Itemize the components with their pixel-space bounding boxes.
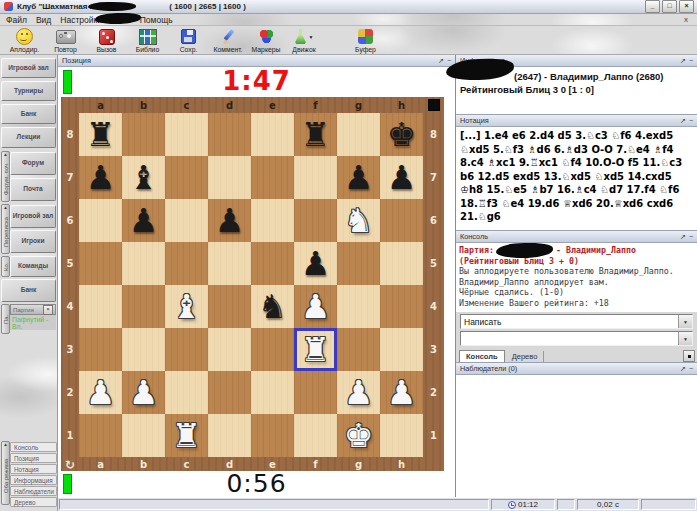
console-message: Чёрные сдались. (1-0): [459, 287, 694, 298]
file-label-top-h: h: [380, 97, 423, 113]
status-segment-main: [59, 499, 489, 510]
rank-label-right-4: 4: [423, 285, 444, 328]
dropdown-arrow-icon[interactable]: ▼: [678, 332, 692, 345]
square-e7[interactable]: [251, 156, 294, 199]
status-segment-latency: 0,02 с: [577, 499, 639, 510]
toolbar-button-save[interactable]: Сохр.: [168, 28, 209, 53]
piece-white-knight: ♞: [344, 199, 374, 242]
square-h8[interactable]: ♚: [380, 113, 423, 156]
sidebar-item-players[interactable]: Игроки: [10, 230, 56, 253]
dice-icon: [99, 29, 115, 45]
square-b4[interactable]: [122, 285, 165, 328]
console-body: Партия: - Владимир_Лаппо (Рейтинговый Бл…: [456, 243, 697, 362]
collapse-icon[interactable]: −: [689, 56, 693, 66]
piece-white-pawn: ♟: [301, 285, 331, 328]
position-panel: Позиция ↗ − 1:47 abcdefgh8♜♜♚87♟♝♟♟76♟♟♞…: [58, 55, 455, 497]
square-h2[interactable]: ♟: [380, 371, 423, 414]
game-tab-close-icon[interactable]: ×: [43, 305, 53, 315]
menu-view[interactable]: Вид: [36, 15, 51, 25]
square-f4[interactable]: ♟: [294, 285, 337, 328]
square-b7[interactable]: ♝: [122, 156, 165, 199]
square-b3[interactable]: [122, 328, 165, 371]
puzzle-icon: [358, 29, 373, 44]
flask-icon: [295, 29, 307, 44]
collapse-icon[interactable]: −: [447, 56, 451, 66]
floppy-disk-icon: [181, 29, 196, 44]
sidebar-item-gameroom-2[interactable]: Игровой зал: [10, 205, 56, 228]
square-g5[interactable]: [337, 242, 380, 285]
notation-panel: Нотация ↗− [...] 1.e4 e6 2.d4 d5 3.♘c3 ♘…: [456, 114, 697, 230]
piece-black-pawn: ♟: [387, 156, 417, 199]
status-segment-spacer: [557, 499, 575, 510]
game-tab-caption[interactable]: Пафнутий - Вл.: [10, 315, 56, 330]
console-messages: Партия: - Владимир_Лаппо (Рейтинговый Бл…: [456, 243, 697, 312]
status-segment-time: 01:12: [491, 499, 555, 510]
toolbar-button-comment[interactable]: Коммент.: [209, 28, 247, 53]
square-e5[interactable]: [251, 242, 294, 285]
square-e8[interactable]: [251, 113, 294, 156]
console-message: Владимир_Лаппо аплодирует вам.: [459, 277, 694, 288]
file-label-bottom-g: g: [337, 457, 380, 472]
file-label-bottom-a: a: [79, 457, 122, 472]
square-h6[interactable]: [380, 199, 423, 242]
rank-label-right-8: 8: [423, 113, 444, 156]
square-a6[interactable]: [79, 199, 122, 242]
sidebar-collapsed-tab-correspondence[interactable]: ▲ Переписка: [1, 204, 10, 254]
sidebar-item-bank-2[interactable]: Банк: [1, 279, 56, 302]
piece-white-bishop: ♝: [172, 285, 202, 328]
board-corner: [61, 97, 79, 113]
square-h5[interactable]: [380, 242, 423, 285]
time-bar-top: [63, 70, 72, 94]
rank-label-right-2: 2: [423, 371, 444, 414]
square-g3[interactable]: [337, 328, 380, 371]
sidebar-item-bank[interactable]: Банк: [1, 104, 56, 124]
piece-white-rook: ♜: [301, 328, 331, 371]
rank-label-right-3: 3: [423, 328, 444, 371]
collapse-icon[interactable]: −: [689, 364, 693, 374]
square-b6[interactable]: ♟: [122, 199, 165, 242]
notation-panel-title: Нотация: [460, 116, 489, 125]
panel-shortcut-information[interactable]: Информация: [10, 475, 57, 485]
minimize-button[interactable]: _: [645, 0, 660, 13]
piece-black-knight: ♞: [258, 285, 288, 328]
menu-file[interactable]: Файл: [6, 15, 27, 25]
file-label-bottom-f: f: [294, 457, 337, 472]
square-g2[interactable]: ♟: [337, 371, 380, 414]
observers-list: [456, 375, 697, 497]
rank-label-left-5: 5: [61, 242, 79, 285]
time-bar-bottom: [63, 474, 72, 494]
sidebar-item-mail[interactable]: Почта: [10, 178, 56, 201]
board-corner: [423, 457, 444, 472]
square-d4[interactable]: [208, 285, 251, 328]
collapse-icon[interactable]: −: [689, 232, 693, 242]
undock-icon[interactable]: ↗: [438, 56, 444, 66]
square-b5[interactable]: [122, 242, 165, 285]
panel-shortcut-notation[interactable]: Нотация: [10, 464, 57, 474]
menu-close-icon[interactable]: x: [684, 15, 691, 24]
maximize-button[interactable]: □: [662, 0, 677, 13]
engine-dropdown-arrow-icon[interactable]: ▼: [309, 34, 314, 40]
piece-black-pawn: ♟: [86, 156, 116, 199]
toolbar-button-replay[interactable]: Повтор: [45, 28, 86, 53]
observers-panel-title: Наблюдатели (0): [460, 364, 517, 373]
square-c2[interactable]: [165, 371, 208, 414]
rank-label-left-6: 6: [61, 199, 79, 242]
file-label-top-b: b: [122, 97, 165, 113]
close-button[interactable]: ×: [679, 0, 694, 13]
square-g7[interactable]: ♟: [337, 156, 380, 199]
game-tab-header[interactable]: Партия ×: [10, 304, 56, 315]
players-line: (2647) - Владимир_Лаппо (2680): [514, 71, 663, 82]
sidebar-collapsed-tab-forum[interactable]: ▲ Форум, поч: [1, 151, 10, 202]
move-list[interactable]: [...] 1.e4 e6 2.d4 d5 3.♘c3 ♘f6 4.exd5 ♘…: [456, 127, 697, 230]
rank-label-left-3: 3: [61, 328, 79, 371]
console-message: Вы аплодируете пользователю Владимир_Лап…: [459, 266, 694, 277]
rank-label-left-8: 8: [61, 113, 79, 156]
square-e6[interactable]: [251, 199, 294, 242]
square-d3[interactable]: [208, 328, 251, 371]
toolbar-button-challenge[interactable]: Вызов: [86, 28, 127, 53]
write-combo[interactable]: Написать ▼: [460, 314, 693, 329]
redaction-scribble-title: [88, 2, 136, 11]
status-clock-icon: [508, 501, 516, 509]
file-label-bottom-c: c: [165, 457, 208, 472]
tab-tree[interactable]: Дерево: [506, 351, 545, 362]
status-segment-end: [641, 499, 696, 510]
file-label-top-a: a: [79, 97, 122, 113]
sidebar-item-teams[interactable]: Команды: [10, 256, 56, 277]
square-c3[interactable]: [165, 328, 208, 371]
toolbar: Аплодир. Повтор Вызов Библио Сохр. Комме…: [0, 26, 697, 55]
sidebar-collapsed-tab-pa[interactable]: Па.: [1, 304, 10, 334]
square-b2[interactable]: ♟: [122, 371, 165, 414]
square-b1[interactable]: [122, 414, 165, 457]
square-a3[interactable]: [79, 328, 122, 371]
console-game-line: Партия: - Владимир_Лаппо (Рейтинговый Бл…: [459, 245, 694, 266]
undock-icon[interactable]: ↗: [680, 56, 686, 66]
right-panels: Информация ↗− (2647) - Владимир_Лаппо (2…: [455, 55, 697, 497]
square-a7[interactable]: ♟: [79, 156, 122, 199]
square-f3[interactable]: ♜: [294, 328, 337, 371]
sidebar-item-tournaments[interactable]: Турниры: [1, 81, 56, 101]
square-d7[interactable]: [208, 156, 251, 199]
square-d5[interactable]: [208, 242, 251, 285]
toolbar-button-engine[interactable]: ▼ Движок: [285, 28, 323, 53]
square-d2[interactable]: [208, 371, 251, 414]
piece-black-bishop: ♝: [129, 156, 159, 199]
books-icon: [139, 29, 157, 45]
square-h7[interactable]: ♟: [380, 156, 423, 199]
black-to-move-indicator: [428, 99, 440, 111]
file-label-top-c: c: [165, 97, 208, 113]
collapse-icon[interactable]: −: [689, 116, 693, 126]
window-title-ratings: ( 1600 | 2665 | 1600 ): [169, 2, 246, 11]
board-corner: ↻: [61, 457, 79, 472]
rank-label-right-1: 1: [423, 414, 444, 457]
square-a1[interactable]: [79, 414, 122, 457]
piece-black-pawn: ♟: [301, 242, 331, 285]
panel-mini-button[interactable]: [683, 350, 695, 362]
square-f6[interactable]: [294, 199, 337, 242]
toolbar-button-applaud[interactable]: Аплодир.: [4, 28, 45, 53]
file-label-top-d: d: [208, 97, 251, 113]
sidebar: Игровой зал Турниры Банк Лекции ▲ Форум,…: [0, 55, 58, 511]
app-icon: [4, 2, 13, 11]
square-c4[interactable]: ♝: [165, 285, 208, 328]
undock-icon[interactable]: ↗: [680, 116, 686, 126]
board-corner: [423, 97, 444, 113]
file-label-bottom-h: h: [380, 457, 423, 472]
sidebar-item-forum[interactable]: Форум: [10, 152, 56, 175]
tab-console[interactable]: Консоль: [459, 350, 505, 362]
undock-icon[interactable]: ↗: [680, 232, 686, 242]
piece-black-pawn: ♟: [215, 199, 245, 242]
piece-white-king: ♚: [344, 414, 374, 457]
square-d6[interactable]: ♟: [208, 199, 251, 242]
smiley-icon: [16, 28, 33, 45]
panel-shortcut-tree[interactable]: Дерево: [10, 497, 57, 507]
square-c8[interactable]: [165, 113, 208, 156]
toolbar-button-library[interactable]: Библио: [127, 28, 168, 53]
console-panel-title: Консоль: [460, 232, 488, 241]
rank-label-right-5: 5: [423, 242, 444, 285]
file-label-top-f: f: [294, 97, 337, 113]
square-a8[interactable]: ♜: [79, 113, 122, 156]
replay-icon: [56, 30, 76, 44]
dropdown-arrow-icon[interactable]: ▼: [678, 315, 692, 328]
piece-black-pawn: ♟: [129, 199, 159, 242]
square-f7[interactable]: [294, 156, 337, 199]
piece-white-rook: ♜: [172, 414, 202, 457]
console-panel: Консоль ↗− Партия: - Владимир_Лаппо (Рей…: [456, 230, 697, 362]
undock-icon[interactable]: ↗: [680, 364, 686, 374]
square-a2[interactable]: ♟: [79, 371, 122, 414]
piece-black-rook: ♜: [86, 113, 116, 156]
piece-white-pawn: ♟: [129, 371, 159, 414]
file-label-top-g: g: [337, 97, 380, 113]
square-e3[interactable]: [251, 328, 294, 371]
flip-board-icon[interactable]: ↻: [65, 458, 75, 472]
chess-board: abcdefgh8♜♜♚87♟♝♟♟76♟♟♞65♟54♝♞♟43♜32♟♟♟♟…: [61, 97, 444, 472]
square-g8[interactable]: [337, 113, 380, 156]
square-g4[interactable]: [337, 285, 380, 328]
piece-white-pawn: ♟: [387, 371, 417, 414]
app-window: Клуб "Шахматная планета" ( 1600 | 2665 |…: [0, 0, 697, 511]
piece-white-pawn: ♟: [86, 371, 116, 414]
square-f5[interactable]: ♟: [294, 242, 337, 285]
square-c1[interactable]: ♜: [165, 414, 208, 457]
window-controls: _ □ ×: [645, 0, 694, 13]
sidebar-collapsed-tab-both-modes[interactable]: ▲ Оба режима: [1, 441, 10, 505]
square-g1[interactable]: ♚: [337, 414, 380, 457]
color-markers-icon: [257, 29, 276, 44]
file-label-top-e: e: [251, 97, 294, 113]
opponent-clock-strip: 1:47: [58, 67, 455, 97]
square-h1[interactable]: [380, 414, 423, 457]
panel-shortcut-observers[interactable]: Наблюдатели: [10, 486, 57, 496]
console-message: Изменение Вашего рейтинга: +18: [459, 298, 694, 309]
console-tabstrip: Консоль Дерево: [456, 348, 697, 362]
square-b8[interactable]: [122, 113, 165, 156]
square-a4[interactable]: [79, 285, 122, 328]
square-c6[interactable]: [165, 199, 208, 242]
sidebar-collapsed-tab-ko[interactable]: Ко.: [1, 256, 10, 277]
rank-label-left-2: 2: [61, 371, 79, 414]
piece-black-pawn: ♟: [344, 156, 374, 199]
square-g6[interactable]: ♞: [337, 199, 380, 242]
piece-black-king: ♚: [387, 113, 417, 156]
square-e1[interactable]: [251, 414, 294, 457]
square-e2[interactable]: [251, 371, 294, 414]
rank-label-right-7: 7: [423, 156, 444, 199]
panel-shortcut-position[interactable]: Позиция: [10, 453, 57, 463]
square-h4[interactable]: [380, 285, 423, 328]
square-h3[interactable]: [380, 328, 423, 371]
square-a5[interactable]: [79, 242, 122, 285]
match-type-line: Рейтинговый Блиц 3 0 [1 : 0]: [460, 83, 693, 96]
sidebar-item-lectures[interactable]: Лекции: [1, 127, 56, 148]
square-e4[interactable]: ♞: [251, 285, 294, 328]
player-clock-strip: 0:56: [58, 471, 455, 497]
rank-label-left-7: 7: [61, 156, 79, 199]
player-clock: 0:56: [58, 471, 455, 496]
panel-shortcut-console[interactable]: Консоль: [10, 442, 57, 452]
sidebar-item-gameroom[interactable]: Игровой зал: [1, 58, 56, 78]
rank-label-left-1: 1: [61, 414, 79, 457]
piece-black-rook: ♜: [301, 113, 331, 156]
observers-panel: Наблюдатели (0) ↗−: [456, 362, 697, 497]
piece-white-pawn: ♟: [344, 371, 374, 414]
toolbar-button-markers[interactable]: Маркеры: [247, 28, 285, 53]
menu-help[interactable]: Помощь: [140, 15, 173, 25]
toolbar-button-buffer[interactable]: Буфер: [345, 28, 386, 53]
pencil-icon: [220, 29, 236, 45]
panel-shortcut-list: Консоль Позиция Нотация Информация Наблю…: [10, 442, 57, 508]
square-f8[interactable]: ♜: [294, 113, 337, 156]
square-f2[interactable]: [294, 371, 337, 414]
square-d8[interactable]: [208, 113, 251, 156]
message-input-combo[interactable]: ▼: [460, 331, 693, 346]
square-d1[interactable]: [208, 414, 251, 457]
statusbar: 01:12 0,02 с: [58, 497, 697, 511]
square-c5[interactable]: [165, 242, 208, 285]
rank-label-left-4: 4: [61, 285, 79, 328]
opponent-clock: 1:47: [58, 67, 455, 96]
square-f1[interactable]: [294, 414, 337, 457]
file-label-bottom-b: b: [122, 457, 165, 472]
square-c7[interactable]: [165, 156, 208, 199]
rank-label-right-6: 6: [423, 199, 444, 242]
